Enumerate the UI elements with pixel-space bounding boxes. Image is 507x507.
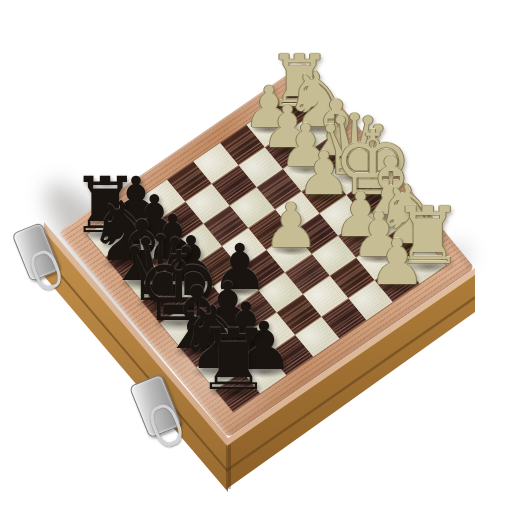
white-pawn-e4: ♟ — [263, 196, 318, 258]
black-rook-h8: ♜ — [196, 318, 272, 402]
white-pawn-h2: ♟ — [369, 231, 426, 294]
chess-set-photo: ♜♞♝♛♚♝♞♜♟♟♟♟♟♟♟♟♟♟♟♟♟♟♟♟♜♞♝♛♚♝♞♜ — [0, 0, 507, 507]
